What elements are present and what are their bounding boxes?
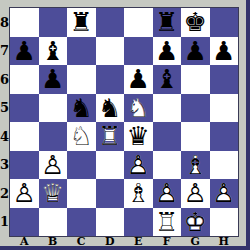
square-a3[interactable] xyxy=(10,151,39,180)
piece-black-pawn[interactable]: ♟ xyxy=(181,37,210,66)
square-d2[interactable] xyxy=(96,179,125,208)
piece-white-bishop[interactable]: ♝♗ xyxy=(124,179,153,208)
square-e3[interactable]: ♟♙ xyxy=(124,151,153,180)
piece-black-king[interactable]: ♚ xyxy=(181,8,210,37)
board[interactable]: ♜♜♚♟♝♟♟♟♟♟♝♞♞♞♘♞♘♜♖♛♟♙♟♙♝♗♟♙♛♕♝♗♟♙♟♙♟♙♜♖… xyxy=(9,7,239,237)
piece-black-rook[interactable]: ♜ xyxy=(153,8,182,37)
square-d7[interactable] xyxy=(96,37,125,66)
piece-white-pawn[interactable]: ♟♙ xyxy=(181,179,210,208)
square-e4[interactable]: ♛ xyxy=(124,122,153,151)
piece-white-pawn[interactable]: ♟♙ xyxy=(153,179,182,208)
rank-label-6: 6 xyxy=(0,65,9,94)
piece-black-pawn[interactable]: ♟ xyxy=(210,37,239,66)
frame-edge-right xyxy=(246,0,250,250)
square-g6[interactable] xyxy=(181,65,210,94)
square-g4[interactable] xyxy=(181,122,210,151)
square-c2[interactable] xyxy=(67,179,96,208)
piece-white-rook[interactable]: ♜♖ xyxy=(153,208,182,237)
chessboard-window: 87654321 ♜♜♚♟♝♟♟♟♟♟♝♞♞♞♘♞♘♜♖♛♟♙♟♙♝♗♟♙♛♕♝… xyxy=(0,0,250,250)
piece-white-king[interactable]: ♚♔ xyxy=(181,208,210,237)
square-d3[interactable] xyxy=(96,151,125,180)
piece-white-rook[interactable]: ♜♖ xyxy=(96,122,125,151)
square-b3[interactable]: ♟♙ xyxy=(39,151,68,180)
piece-white-knight[interactable]: ♞♘ xyxy=(124,94,153,123)
piece-black-knight[interactable]: ♞ xyxy=(96,94,125,123)
rank-label-8: 8 xyxy=(0,8,9,37)
piece-white-pawn[interactable]: ♟♙ xyxy=(210,179,239,208)
square-h8[interactable] xyxy=(210,8,239,37)
square-b5[interactable] xyxy=(39,94,68,123)
square-f7[interactable]: ♟ xyxy=(153,37,182,66)
piece-black-pawn[interactable]: ♟ xyxy=(153,37,182,66)
square-h4[interactable] xyxy=(210,122,239,151)
rank-label-2: 2 xyxy=(0,179,9,208)
square-c6[interactable] xyxy=(67,65,96,94)
square-h6[interactable] xyxy=(210,65,239,94)
square-e8[interactable] xyxy=(124,8,153,37)
square-b1[interactable] xyxy=(39,208,68,237)
rank-labels: 87654321 xyxy=(0,8,9,236)
square-a2[interactable]: ♟♙ xyxy=(10,179,39,208)
square-c1[interactable] xyxy=(67,208,96,237)
piece-black-knight[interactable]: ♞ xyxy=(67,94,96,123)
piece-black-pawn[interactable]: ♟ xyxy=(10,37,39,66)
square-d5[interactable]: ♞ xyxy=(96,94,125,123)
square-f6[interactable]: ♝ xyxy=(153,65,182,94)
rank-label-1: 1 xyxy=(0,208,9,237)
square-g2[interactable]: ♟♙ xyxy=(181,179,210,208)
square-e2[interactable]: ♝♗ xyxy=(124,179,153,208)
piece-white-pawn[interactable]: ♟♙ xyxy=(10,179,39,208)
piece-black-rook[interactable]: ♜ xyxy=(67,8,96,37)
piece-white-pawn[interactable]: ♟♙ xyxy=(124,151,153,180)
square-c4[interactable]: ♞♘ xyxy=(67,122,96,151)
square-f4[interactable] xyxy=(153,122,182,151)
frame-edge-bottom xyxy=(0,246,250,250)
square-a6[interactable] xyxy=(10,65,39,94)
piece-black-bishop[interactable]: ♝ xyxy=(39,37,68,66)
square-a8[interactable] xyxy=(10,8,39,37)
square-f1[interactable]: ♜♖ xyxy=(153,208,182,237)
square-e1[interactable] xyxy=(124,208,153,237)
square-a1[interactable] xyxy=(10,208,39,237)
square-d4[interactable]: ♜♖ xyxy=(96,122,125,151)
square-e6[interactable]: ♟ xyxy=(124,65,153,94)
square-c8[interactable]: ♜ xyxy=(67,8,96,37)
square-g8[interactable]: ♚ xyxy=(181,8,210,37)
piece-black-pawn[interactable]: ♟ xyxy=(124,65,153,94)
rank-label-7: 7 xyxy=(0,37,9,66)
square-f3[interactable] xyxy=(153,151,182,180)
square-b2[interactable]: ♛♕ xyxy=(39,179,68,208)
square-a7[interactable]: ♟ xyxy=(10,37,39,66)
piece-black-pawn[interactable]: ♟ xyxy=(39,65,68,94)
square-h1[interactable] xyxy=(210,208,239,237)
square-b7[interactable]: ♝ xyxy=(39,37,68,66)
square-d8[interactable] xyxy=(96,8,125,37)
square-e5[interactable]: ♞♘ xyxy=(124,94,153,123)
square-b8[interactable] xyxy=(39,8,68,37)
square-f8[interactable]: ♜ xyxy=(153,8,182,37)
piece-white-pawn[interactable]: ♟♙ xyxy=(39,151,68,180)
square-f2[interactable]: ♟♙ xyxy=(153,179,182,208)
square-c5[interactable]: ♞ xyxy=(67,94,96,123)
square-h2[interactable]: ♟♙ xyxy=(210,179,239,208)
piece-black-bishop[interactable]: ♝ xyxy=(153,65,182,94)
piece-white-bishop[interactable]: ♝♗ xyxy=(181,151,210,180)
square-h7[interactable]: ♟ xyxy=(210,37,239,66)
square-b4[interactable] xyxy=(39,122,68,151)
square-c3[interactable] xyxy=(67,151,96,180)
rank-label-4: 4 xyxy=(0,122,9,151)
square-g7[interactable]: ♟ xyxy=(181,37,210,66)
square-g5[interactable] xyxy=(181,94,210,123)
square-h5[interactable] xyxy=(210,94,239,123)
square-g1[interactable]: ♚♔ xyxy=(181,208,210,237)
square-b6[interactable]: ♟ xyxy=(39,65,68,94)
piece-white-knight[interactable]: ♞♘ xyxy=(67,122,96,151)
piece-black-queen[interactable]: ♛ xyxy=(124,122,153,151)
square-c7[interactable] xyxy=(67,37,96,66)
rank-label-5: 5 xyxy=(0,94,9,123)
square-e7[interactable] xyxy=(124,37,153,66)
square-h3[interactable] xyxy=(210,151,239,180)
square-f5[interactable] xyxy=(153,94,182,123)
square-d1[interactable] xyxy=(96,208,125,237)
rank-label-3: 3 xyxy=(0,151,9,180)
square-d6[interactable] xyxy=(96,65,125,94)
square-a5[interactable] xyxy=(10,94,39,123)
square-a4[interactable] xyxy=(10,122,39,151)
piece-white-queen[interactable]: ♛♕ xyxy=(39,179,68,208)
square-g3[interactable]: ♝♗ xyxy=(181,151,210,180)
